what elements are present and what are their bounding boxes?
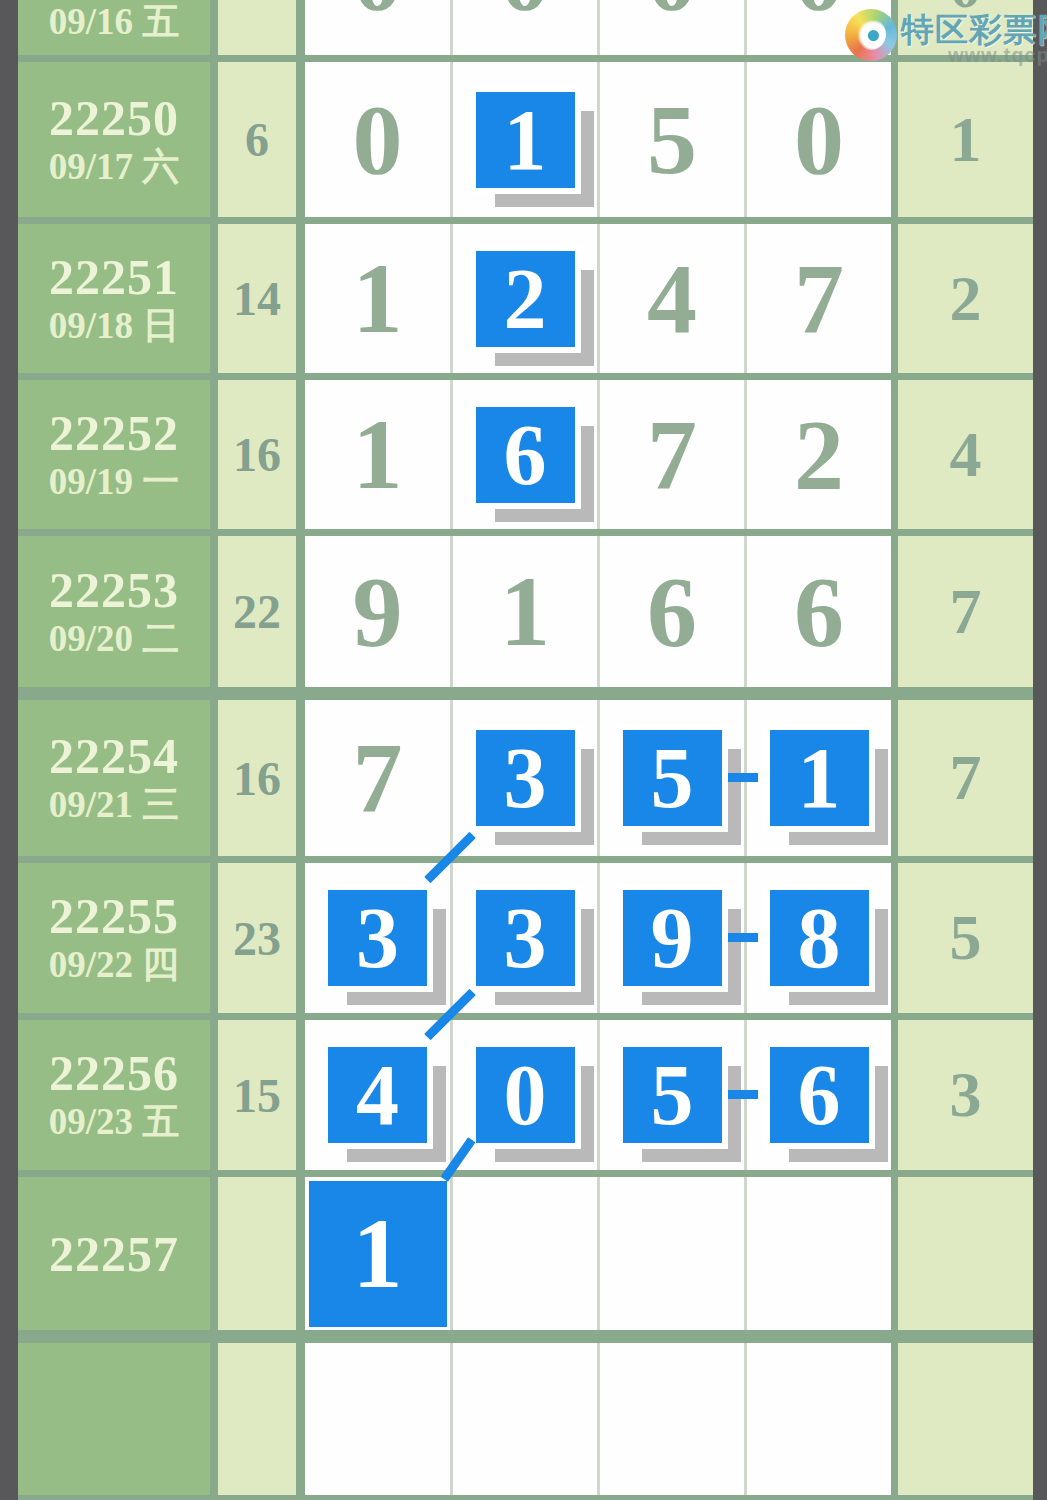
digit-cell: 0 xyxy=(744,0,891,55)
highlight-digit: 1 xyxy=(504,97,547,183)
digit-cell: 0 xyxy=(597,0,744,55)
highlight-digit: 9 xyxy=(651,895,694,981)
period-cell: 22257 xyxy=(18,1177,210,1330)
digit-cell: 5 xyxy=(597,700,744,856)
table-row-22253: 2225309/20 二2291667 xyxy=(18,536,1033,687)
column-divider xyxy=(296,1177,305,1330)
sum-cell xyxy=(218,0,296,55)
highlight-digit: 6 xyxy=(798,1052,841,1138)
highlight-digit: 5 xyxy=(651,1052,694,1138)
highlight-digit: 8 xyxy=(798,895,841,981)
highlight-box: 1 xyxy=(476,92,575,188)
digit-cell: 9 xyxy=(597,863,744,1013)
highlight-box: 5 xyxy=(623,730,722,826)
highlight-digit: 1 xyxy=(798,735,841,821)
digit-cell xyxy=(597,1343,744,1495)
column-divider xyxy=(891,1343,898,1495)
digit-value: 7 xyxy=(647,405,697,505)
column-divider xyxy=(296,536,305,687)
row-divider xyxy=(18,529,1033,536)
draw-date: 09/18 日 xyxy=(49,306,180,346)
digit-value: 4 xyxy=(647,249,697,349)
column-divider xyxy=(891,863,898,1013)
right-stat-value: 0 xyxy=(898,0,1033,18)
digit-value: 9 xyxy=(353,562,403,662)
period-cell: 2225609/23 五 xyxy=(18,1020,210,1170)
column-divider xyxy=(296,863,305,1013)
row-divider xyxy=(18,1495,1033,1500)
digit-value: 0 xyxy=(453,0,597,26)
digit-cell: 6 xyxy=(744,1020,891,1170)
table-row-22257: 222571 xyxy=(18,1177,1033,1330)
highlight-digit: 1 xyxy=(353,1204,403,1304)
digit-cell xyxy=(744,1343,891,1495)
row-divider xyxy=(18,1013,1033,1020)
table-row-22251: 2225109/18 日1412472 xyxy=(18,224,1033,373)
right-stat-value: 7 xyxy=(950,746,982,810)
right-stat-cell: 4 xyxy=(898,380,1033,529)
column-divider xyxy=(210,0,218,55)
column-divider xyxy=(210,62,218,217)
digit-cell: 5 xyxy=(597,62,744,217)
digit-value: 0 xyxy=(353,90,403,190)
digit-cell xyxy=(597,1177,744,1330)
highlight-digit: 3 xyxy=(504,735,547,821)
column-divider xyxy=(296,380,305,529)
digit-cell: 1 xyxy=(305,380,450,529)
right-stat-value: 4 xyxy=(950,423,982,487)
digit-cell: 2 xyxy=(450,224,597,373)
column-divider xyxy=(296,0,305,55)
chart-table: 09/16 五000002225009/17 六6015012225109/18… xyxy=(18,0,1033,1500)
digit-cell xyxy=(450,1343,597,1495)
right-stat-cell: 2 xyxy=(898,224,1033,373)
sum-value: 15 xyxy=(233,1068,281,1123)
right-stat-value: 3 xyxy=(950,1063,982,1127)
digit-cell xyxy=(305,1343,450,1495)
draw-date: 09/22 四 xyxy=(49,945,180,985)
digit-cell: 2 xyxy=(744,380,891,529)
row-divider xyxy=(18,1170,1033,1177)
draw-date: 09/16 五 xyxy=(49,2,180,42)
draw-date: 09/19 一 xyxy=(49,462,180,502)
digit-cell: 0 xyxy=(305,62,450,217)
digit-cell: 0 xyxy=(744,62,891,217)
digit-cell: 6 xyxy=(597,536,744,687)
sum-cell: 16 xyxy=(218,700,296,856)
highlight-digit: 2 xyxy=(504,256,547,342)
right-stat-cell: 1 xyxy=(898,62,1033,217)
right-stat-cell xyxy=(898,1343,1033,1495)
column-divider xyxy=(296,700,305,856)
digit-cell: 6 xyxy=(450,380,597,529)
highlight-box: 3 xyxy=(476,730,575,826)
right-stat-cell: 3 xyxy=(898,1020,1033,1170)
digit-value: 7 xyxy=(794,249,844,349)
column-divider xyxy=(210,1177,218,1330)
digit-cell: 3 xyxy=(305,863,450,1013)
digit-cell: 8 xyxy=(744,863,891,1013)
highlight-box: 0 xyxy=(476,1047,575,1143)
digit-cell: 0 xyxy=(305,0,450,55)
digit-cell xyxy=(744,1177,891,1330)
digit-cell: 7 xyxy=(597,380,744,529)
highlight-box: 9 xyxy=(623,890,722,986)
digit-value: 6 xyxy=(794,562,844,662)
period-number: 22255 xyxy=(49,891,179,941)
digit-cell: 5 xyxy=(597,1020,744,1170)
column-divider xyxy=(891,700,898,856)
period-number: 22254 xyxy=(49,731,179,781)
period-number: 22257 xyxy=(49,1229,179,1279)
period-cell: 2225309/20 二 xyxy=(18,536,210,687)
digit-cell: 6 xyxy=(744,536,891,687)
digit-cell: 3 xyxy=(450,863,597,1013)
digit-cell: 4 xyxy=(597,224,744,373)
right-stat-cell: 7 xyxy=(898,700,1033,856)
right-stat-cell xyxy=(898,1177,1033,1330)
digit-cell: 0 xyxy=(450,1020,597,1170)
digit-value: 1 xyxy=(353,249,403,349)
table-row xyxy=(18,1343,1033,1495)
draw-date: 09/17 六 xyxy=(49,147,180,187)
sum-cell: 15 xyxy=(218,1020,296,1170)
highlight-box: 2 xyxy=(476,251,575,347)
highlight-box: 8 xyxy=(770,890,869,986)
highlight-digit: 3 xyxy=(356,895,399,981)
column-divider xyxy=(891,0,898,55)
digit-value: 7 xyxy=(353,728,403,828)
highlight-digit: 0 xyxy=(504,1052,547,1138)
column-divider xyxy=(891,1020,898,1170)
period-number: 22252 xyxy=(49,408,179,458)
draw-date: 09/20 二 xyxy=(49,619,180,659)
column-divider xyxy=(891,536,898,687)
row-divider xyxy=(18,856,1033,863)
sum-cell: 14 xyxy=(218,224,296,373)
table-row-22256: 2225609/23 五1540563 xyxy=(18,1020,1033,1170)
column-divider xyxy=(891,62,898,217)
column-divider xyxy=(210,536,218,687)
digit-cell: 1 xyxy=(305,1177,450,1330)
draw-date: 09/23 五 xyxy=(49,1102,180,1142)
sum-value: 6 xyxy=(245,112,269,167)
row-divider xyxy=(18,217,1033,224)
sum-cell: 23 xyxy=(218,863,296,1013)
sum-value: 16 xyxy=(233,751,281,806)
lottery-trend-chart: 09/16 五000002225009/17 六6015012225109/18… xyxy=(0,0,1047,1500)
digit-value: 2 xyxy=(794,405,844,505)
highlight-box: 4 xyxy=(328,1047,427,1143)
table-row-22255: 2225509/22 四2333985 xyxy=(18,863,1033,1013)
sum-value: 22 xyxy=(233,584,281,639)
period-cell xyxy=(18,1343,210,1495)
digit-value: 1 xyxy=(500,562,550,662)
highlight-box: 6 xyxy=(476,407,575,503)
row-divider xyxy=(18,55,1033,62)
digit-value: 1 xyxy=(353,405,403,505)
digit-value: 5 xyxy=(647,90,697,190)
column-divider xyxy=(296,1020,305,1170)
column-divider xyxy=(210,1343,218,1495)
highlight-box: 5 xyxy=(623,1047,722,1143)
draw-date: 09/21 三 xyxy=(49,785,180,825)
column-divider xyxy=(210,1020,218,1170)
column-divider xyxy=(210,700,218,856)
digit-cell: 1 xyxy=(450,536,597,687)
digit-value: 0 xyxy=(794,90,844,190)
digit-cell: 9 xyxy=(305,536,450,687)
sum-cell xyxy=(218,1177,296,1330)
digit-cell: 1 xyxy=(744,700,891,856)
table-row: 09/16 五00000 xyxy=(18,0,1033,55)
highlight-digit: 3 xyxy=(504,895,547,981)
highlight-box: 3 xyxy=(328,890,427,986)
highlight-box: 3 xyxy=(476,890,575,986)
column-divider xyxy=(210,224,218,373)
period-cell: 2225109/18 日 xyxy=(18,224,210,373)
period-number: 22251 xyxy=(49,252,179,302)
period-cell: 2225209/19 一 xyxy=(18,380,210,529)
digit-cell: 1 xyxy=(450,62,597,217)
column-divider xyxy=(891,380,898,529)
row-divider xyxy=(18,373,1033,380)
period-number: 22250 xyxy=(49,93,179,143)
column-divider xyxy=(891,1177,898,1330)
highlight-box: 6 xyxy=(770,1047,869,1143)
highlight-box: 1 xyxy=(309,1181,447,1327)
highlight-digit: 4 xyxy=(356,1052,399,1138)
period-cell: 2225509/22 四 xyxy=(18,863,210,1013)
digit-cell: 7 xyxy=(305,700,450,856)
sum-cell: 22 xyxy=(218,536,296,687)
digit-cell: 0 xyxy=(450,0,597,55)
digit-cell: 7 xyxy=(744,224,891,373)
period-cell: 2225409/21 三 xyxy=(18,700,210,856)
digit-value: 0 xyxy=(305,0,450,26)
right-stat-cell: 5 xyxy=(898,863,1033,1013)
period-number: 22253 xyxy=(49,565,179,615)
row-divider xyxy=(18,687,1033,700)
row-divider xyxy=(18,1330,1033,1343)
sum-value: 23 xyxy=(233,911,281,966)
digit-value: 0 xyxy=(747,0,891,26)
sum-cell xyxy=(218,1343,296,1495)
digit-value: 0 xyxy=(600,0,744,26)
highlight-box: 1 xyxy=(770,730,869,826)
digit-cell xyxy=(450,1177,597,1330)
highlight-digit: 5 xyxy=(651,735,694,821)
digit-cell: 3 xyxy=(450,700,597,856)
digit-cell: 1 xyxy=(305,224,450,373)
right-stat-value: 2 xyxy=(950,267,982,331)
period-cell: 2225009/17 六 xyxy=(18,62,210,217)
sum-cell: 16 xyxy=(218,380,296,529)
highlight-digit: 6 xyxy=(504,412,547,498)
sum-cell: 6 xyxy=(218,62,296,217)
column-divider xyxy=(210,863,218,1013)
right-stat-value: 7 xyxy=(950,580,982,644)
right-stat-cell: 0 xyxy=(898,0,1033,55)
column-divider xyxy=(210,380,218,529)
column-divider xyxy=(891,224,898,373)
sum-value: 14 xyxy=(233,271,281,326)
table-row-22254: 2225409/21 三1673517 xyxy=(18,700,1033,856)
digit-value: 6 xyxy=(647,562,697,662)
column-divider xyxy=(296,224,305,373)
right-stat-value: 1 xyxy=(950,108,982,172)
digit-cell: 4 xyxy=(305,1020,450,1170)
right-stat-cell: 7 xyxy=(898,536,1033,687)
right-stat-value: 5 xyxy=(950,906,982,970)
period-number: 22256 xyxy=(49,1048,179,1098)
period-cell: 09/16 五 xyxy=(18,0,210,55)
column-divider xyxy=(296,62,305,217)
table-row-22252: 2225209/19 一1616724 xyxy=(18,380,1033,529)
table-row-22250: 2225009/17 六601501 xyxy=(18,62,1033,217)
sum-value: 16 xyxy=(233,427,281,482)
column-divider xyxy=(296,1343,305,1495)
